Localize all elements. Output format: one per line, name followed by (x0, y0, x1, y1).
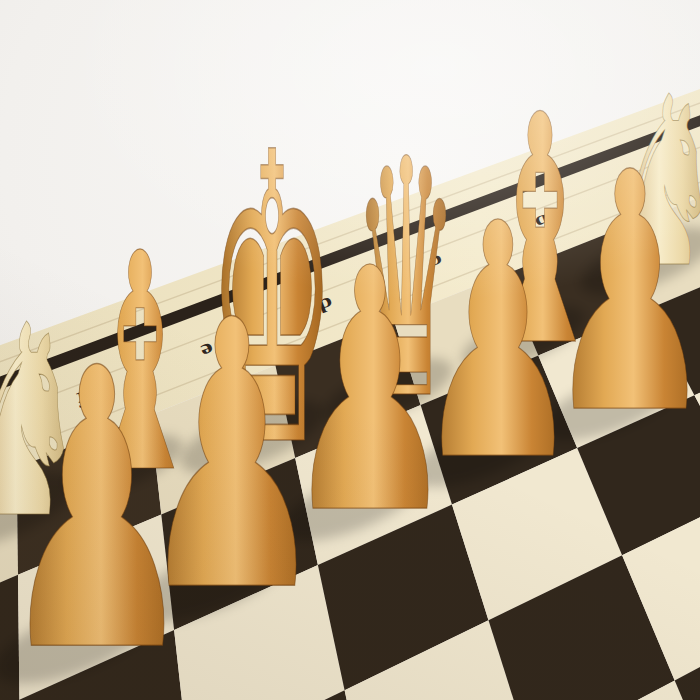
photo-scene: fedcb♞♝♛♟♚♟♝♟♞♟♟ chess (0, 0, 700, 700)
piece-white-pawn-f7: ♟ (0, 287, 197, 700)
chessboard: fedcb♞♝♛♟♚♟♝♟♞♟♟ (0, 0, 700, 700)
svg-text:♟: ♟ (0, 287, 197, 700)
